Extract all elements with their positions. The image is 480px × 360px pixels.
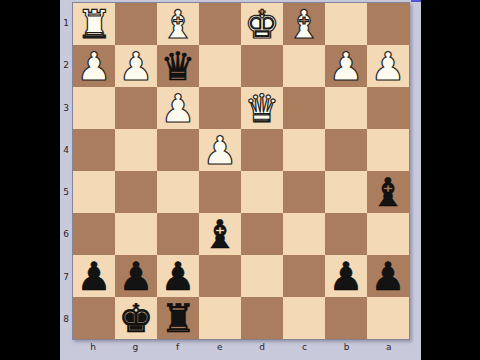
square-a2[interactable]: ♟ bbox=[367, 45, 409, 87]
square-a5[interactable]: ♝ bbox=[367, 171, 409, 213]
piece-black-pawn-h7[interactable]: ♟ bbox=[77, 257, 112, 296]
square-c3[interactable] bbox=[283, 87, 325, 129]
square-h2[interactable]: ♟ bbox=[73, 45, 115, 87]
piece-white-pawn-g2[interactable]: ♟ bbox=[119, 47, 154, 86]
square-e6[interactable]: ♝ bbox=[199, 213, 241, 255]
piece-white-queen-d3[interactable]: ♛ bbox=[245, 89, 280, 128]
square-h7[interactable]: ♟ bbox=[73, 255, 115, 297]
square-a1[interactable] bbox=[367, 3, 409, 45]
square-f7[interactable]: ♟ bbox=[157, 255, 199, 297]
square-h1[interactable]: ♜ bbox=[73, 3, 115, 45]
piece-white-pawn-b2[interactable]: ♟ bbox=[329, 47, 364, 86]
rank-label-1: 1 bbox=[60, 2, 72, 44]
chess-app-window: 12345678 ♜♝♚♝♟♟♛♟♟♟♛♟♝♝♟♟♟♟♟♚♜ hgfedcba bbox=[60, 0, 421, 360]
piece-white-king-d1[interactable]: ♚ bbox=[245, 5, 280, 44]
file-label-c: c bbox=[283, 342, 325, 352]
rank-label-5: 5 bbox=[60, 171, 72, 213]
piece-white-pawn-f3[interactable]: ♟ bbox=[161, 89, 196, 128]
square-a6[interactable] bbox=[367, 213, 409, 255]
file-labels: hgfedcba bbox=[72, 342, 410, 352]
file-label-f: f bbox=[157, 342, 199, 352]
square-g7[interactable]: ♟ bbox=[115, 255, 157, 297]
square-f5[interactable] bbox=[157, 171, 199, 213]
square-e8[interactable] bbox=[199, 297, 241, 339]
square-b1[interactable] bbox=[325, 3, 367, 45]
piece-black-pawn-a7[interactable]: ♟ bbox=[371, 257, 406, 296]
piece-white-pawn-h2[interactable]: ♟ bbox=[77, 47, 112, 86]
square-c8[interactable] bbox=[283, 297, 325, 339]
square-g2[interactable]: ♟ bbox=[115, 45, 157, 87]
rank-label-6: 6 bbox=[60, 213, 72, 255]
square-g3[interactable] bbox=[115, 87, 157, 129]
square-h8[interactable] bbox=[73, 297, 115, 339]
square-d6[interactable] bbox=[241, 213, 283, 255]
square-c5[interactable] bbox=[283, 171, 325, 213]
square-b4[interactable] bbox=[325, 129, 367, 171]
piece-white-pawn-e4[interactable]: ♟ bbox=[203, 131, 238, 170]
piece-black-bishop-a5[interactable]: ♝ bbox=[371, 173, 406, 212]
piece-black-king-g8[interactable]: ♚ bbox=[119, 299, 154, 338]
square-e5[interactable] bbox=[199, 171, 241, 213]
square-a4[interactable] bbox=[367, 129, 409, 171]
square-h5[interactable] bbox=[73, 171, 115, 213]
square-c6[interactable] bbox=[283, 213, 325, 255]
square-a8[interactable] bbox=[367, 297, 409, 339]
piece-white-bishop-c1[interactable]: ♝ bbox=[287, 5, 322, 44]
square-a7[interactable]: ♟ bbox=[367, 255, 409, 297]
square-e1[interactable] bbox=[199, 3, 241, 45]
square-d1[interactable]: ♚ bbox=[241, 3, 283, 45]
square-g5[interactable] bbox=[115, 171, 157, 213]
square-b8[interactable] bbox=[325, 297, 367, 339]
square-f3[interactable]: ♟ bbox=[157, 87, 199, 129]
left-letterbox-bar bbox=[0, 0, 60, 360]
piece-black-rook-f8[interactable]: ♜ bbox=[161, 299, 196, 338]
square-c7[interactable] bbox=[283, 255, 325, 297]
file-label-e: e bbox=[199, 342, 241, 352]
screenshot-stage: 12345678 ♜♝♚♝♟♟♛♟♟♟♛♟♝♝♟♟♟♟♟♚♜ hgfedcba bbox=[0, 0, 480, 360]
square-f1[interactable]: ♝ bbox=[157, 3, 199, 45]
rank-label-8: 8 bbox=[60, 298, 72, 340]
square-e7[interactable] bbox=[199, 255, 241, 297]
square-d3[interactable]: ♛ bbox=[241, 87, 283, 129]
piece-black-pawn-b7[interactable]: ♟ bbox=[329, 257, 364, 296]
square-e2[interactable] bbox=[199, 45, 241, 87]
square-e3[interactable] bbox=[199, 87, 241, 129]
rank-label-3: 3 bbox=[60, 87, 72, 129]
right-letterbox-bar bbox=[421, 0, 480, 360]
piece-white-rook-h1[interactable]: ♜ bbox=[77, 5, 112, 44]
file-label-h: h bbox=[72, 342, 114, 352]
file-label-b: b bbox=[326, 342, 368, 352]
rank-label-4: 4 bbox=[60, 129, 72, 171]
square-f4[interactable] bbox=[157, 129, 199, 171]
piece-white-pawn-a2[interactable]: ♟ bbox=[371, 47, 406, 86]
square-c1[interactable]: ♝ bbox=[283, 3, 325, 45]
piece-white-bishop-f1[interactable]: ♝ bbox=[161, 5, 196, 44]
square-h4[interactable] bbox=[73, 129, 115, 171]
square-g8[interactable]: ♚ bbox=[115, 297, 157, 339]
file-label-g: g bbox=[114, 342, 156, 352]
rank-label-7: 7 bbox=[60, 256, 72, 298]
piece-black-queen-f2[interactable]: ♛ bbox=[161, 47, 196, 86]
square-a3[interactable] bbox=[367, 87, 409, 129]
square-d7[interactable] bbox=[241, 255, 283, 297]
file-label-d: d bbox=[241, 342, 283, 352]
square-f6[interactable] bbox=[157, 213, 199, 255]
piece-black-bishop-e6[interactable]: ♝ bbox=[203, 215, 238, 254]
square-g4[interactable] bbox=[115, 129, 157, 171]
square-f2[interactable]: ♛ bbox=[157, 45, 199, 87]
chess-board[interactable]: ♜♝♚♝♟♟♛♟♟♟♛♟♝♝♟♟♟♟♟♚♜ bbox=[72, 2, 410, 340]
square-d8[interactable] bbox=[241, 297, 283, 339]
square-d2[interactable] bbox=[241, 45, 283, 87]
square-c4[interactable] bbox=[283, 129, 325, 171]
square-g6[interactable] bbox=[115, 213, 157, 255]
piece-black-pawn-g7[interactable]: ♟ bbox=[119, 257, 154, 296]
square-b5[interactable] bbox=[325, 171, 367, 213]
square-c2[interactable] bbox=[283, 45, 325, 87]
square-f8[interactable]: ♜ bbox=[157, 297, 199, 339]
square-h6[interactable] bbox=[73, 213, 115, 255]
square-b6[interactable] bbox=[325, 213, 367, 255]
rank-labels: 12345678 bbox=[60, 2, 72, 340]
square-d4[interactable] bbox=[241, 129, 283, 171]
square-g1[interactable] bbox=[115, 3, 157, 45]
square-h3[interactable] bbox=[73, 87, 115, 129]
file-label-a: a bbox=[368, 342, 410, 352]
square-d5[interactable] bbox=[241, 171, 283, 213]
piece-black-pawn-f7[interactable]: ♟ bbox=[161, 257, 196, 296]
square-b3[interactable] bbox=[325, 87, 367, 129]
window-edge-accent bbox=[411, 0, 421, 2]
square-e4[interactable]: ♟ bbox=[199, 129, 241, 171]
square-b2[interactable]: ♟ bbox=[325, 45, 367, 87]
square-b7[interactable]: ♟ bbox=[325, 255, 367, 297]
rank-label-2: 2 bbox=[60, 44, 72, 86]
